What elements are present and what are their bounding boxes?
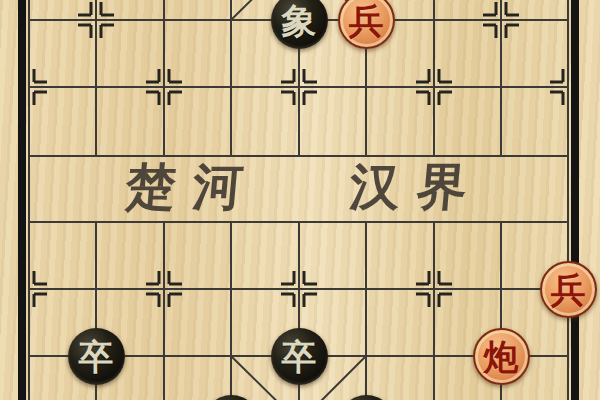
piece-象-black-file5-rank3[interactable]: 象 xyxy=(271,0,328,49)
piece-glyph: 兵 xyxy=(349,3,384,38)
piece-兵-red-file6-rank3[interactable]: 兵 xyxy=(338,0,395,49)
piece-glyph: 卒 xyxy=(79,339,114,374)
piece-glyph: 兵 xyxy=(551,272,586,307)
piece-兵-red-file9-rank7[interactable]: 兵 xyxy=(540,261,597,318)
piece-glyph: 炮 xyxy=(484,339,519,374)
river-label-han-jie: 汉界 xyxy=(347,157,486,217)
piece-卒-black-file2-rank8[interactable]: 卒 xyxy=(68,328,125,385)
piece-glyph: 卒 xyxy=(282,339,317,374)
river-label-chu-he: 楚河 xyxy=(123,157,262,217)
piece-glyph: 象 xyxy=(282,3,317,38)
piece-炮-red-file8-rank8[interactable]: 炮 xyxy=(473,328,530,385)
piece-卒-black-file5-rank8[interactable]: 卒 xyxy=(271,328,328,385)
xiangqi-board[interactable]: 楚河 汉界 象兵兵卒卒炮卒卒 xyxy=(0,0,600,400)
